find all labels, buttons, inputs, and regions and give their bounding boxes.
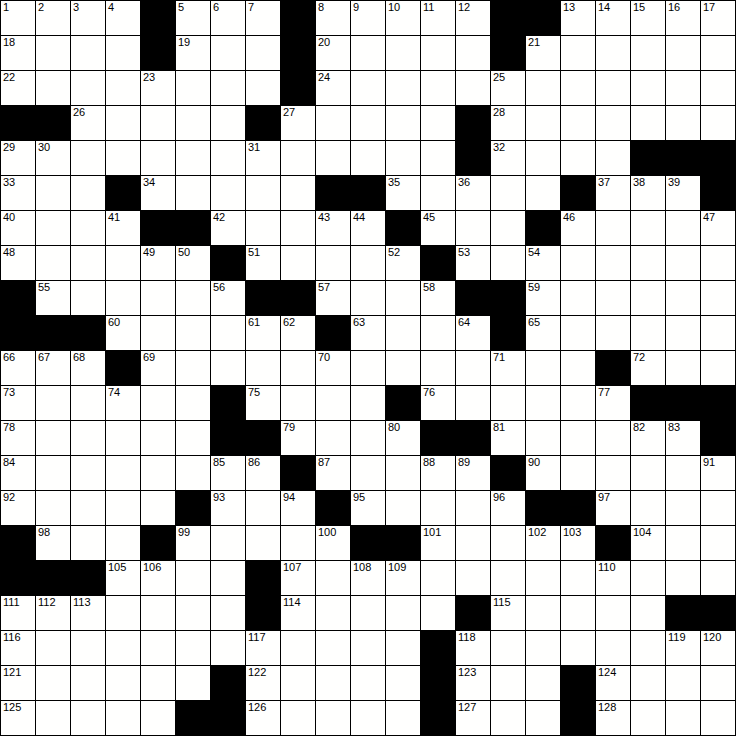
white-cell[interactable]: 90 xyxy=(526,456,560,490)
white-cell[interactable] xyxy=(701,666,735,700)
white-cell[interactable]: 119 xyxy=(666,631,700,665)
white-cell[interactable]: 28 xyxy=(491,106,525,140)
white-cell[interactable] xyxy=(316,596,350,630)
white-cell[interactable]: 62 xyxy=(281,316,315,350)
white-cell[interactable] xyxy=(631,106,665,140)
white-cell[interactable]: 128 xyxy=(596,701,630,735)
white-cell[interactable] xyxy=(456,386,490,420)
white-cell[interactable] xyxy=(351,36,385,70)
white-cell[interactable]: 76 xyxy=(421,386,455,420)
white-cell[interactable] xyxy=(456,36,490,70)
white-cell[interactable] xyxy=(36,211,70,245)
white-cell[interactable] xyxy=(526,561,560,595)
white-cell[interactable] xyxy=(596,36,630,70)
white-cell[interactable]: 2 xyxy=(36,1,70,35)
white-cell[interactable]: 25 xyxy=(491,71,525,105)
white-cell[interactable]: 122 xyxy=(246,666,280,700)
white-cell[interactable] xyxy=(631,211,665,245)
white-cell[interactable]: 54 xyxy=(526,246,560,280)
white-cell[interactable]: 38 xyxy=(631,176,665,210)
white-cell[interactable] xyxy=(421,106,455,140)
white-cell[interactable]: 51 xyxy=(246,246,280,280)
white-cell[interactable] xyxy=(631,596,665,630)
white-cell[interactable] xyxy=(176,596,210,630)
white-cell[interactable] xyxy=(351,351,385,385)
white-cell[interactable]: 19 xyxy=(176,36,210,70)
white-cell[interactable]: 49 xyxy=(141,246,175,280)
white-cell[interactable] xyxy=(666,526,700,560)
white-cell[interactable] xyxy=(246,71,280,105)
white-cell[interactable]: 104 xyxy=(631,526,665,560)
white-cell[interactable]: 101 xyxy=(421,526,455,560)
white-cell[interactable] xyxy=(456,211,490,245)
white-cell[interactable]: 41 xyxy=(106,211,140,245)
white-cell[interactable] xyxy=(491,246,525,280)
white-cell[interactable]: 105 xyxy=(106,561,140,595)
white-cell[interactable]: 113 xyxy=(71,596,105,630)
white-cell[interactable] xyxy=(316,666,350,700)
white-cell[interactable] xyxy=(281,246,315,280)
white-cell[interactable]: 89 xyxy=(456,456,490,490)
white-cell[interactable] xyxy=(666,71,700,105)
white-cell[interactable]: 7 xyxy=(246,1,280,35)
white-cell[interactable] xyxy=(701,316,735,350)
white-cell[interactable]: 56 xyxy=(211,281,245,315)
white-cell[interactable]: 72 xyxy=(631,351,665,385)
white-cell[interactable] xyxy=(246,351,280,385)
white-cell[interactable] xyxy=(701,491,735,525)
white-cell[interactable] xyxy=(526,351,560,385)
white-cell[interactable]: 11 xyxy=(421,1,455,35)
white-cell[interactable] xyxy=(666,316,700,350)
white-cell[interactable] xyxy=(491,386,525,420)
white-cell[interactable]: 103 xyxy=(561,526,595,560)
white-cell[interactable] xyxy=(596,246,630,280)
white-cell[interactable] xyxy=(666,281,700,315)
white-cell[interactable] xyxy=(596,211,630,245)
white-cell[interactable] xyxy=(71,176,105,210)
white-cell[interactable] xyxy=(386,631,420,665)
white-cell[interactable] xyxy=(666,666,700,700)
white-cell[interactable]: 40 xyxy=(1,211,35,245)
white-cell[interactable] xyxy=(141,631,175,665)
white-cell[interactable] xyxy=(666,351,700,385)
white-cell[interactable] xyxy=(351,386,385,420)
white-cell[interactable] xyxy=(596,316,630,350)
white-cell[interactable]: 67 xyxy=(36,351,70,385)
white-cell[interactable] xyxy=(176,386,210,420)
white-cell[interactable] xyxy=(561,561,595,595)
white-cell[interactable] xyxy=(596,631,630,665)
white-cell[interactable] xyxy=(701,281,735,315)
white-cell[interactable] xyxy=(106,701,140,735)
white-cell[interactable]: 18 xyxy=(1,36,35,70)
white-cell[interactable] xyxy=(211,176,245,210)
white-cell[interactable] xyxy=(561,316,595,350)
white-cell[interactable] xyxy=(701,106,735,140)
white-cell[interactable]: 106 xyxy=(141,561,175,595)
white-cell[interactable] xyxy=(141,281,175,315)
white-cell[interactable] xyxy=(211,106,245,140)
white-cell[interactable] xyxy=(281,526,315,560)
white-cell[interactable] xyxy=(141,491,175,525)
white-cell[interactable] xyxy=(526,386,560,420)
white-cell[interactable] xyxy=(246,211,280,245)
white-cell[interactable] xyxy=(701,246,735,280)
white-cell[interactable]: 110 xyxy=(596,561,630,595)
white-cell[interactable] xyxy=(456,491,490,525)
white-cell[interactable] xyxy=(491,666,525,700)
white-cell[interactable] xyxy=(36,456,70,490)
white-cell[interactable] xyxy=(491,631,525,665)
white-cell[interactable]: 95 xyxy=(351,491,385,525)
white-cell[interactable]: 70 xyxy=(316,351,350,385)
white-cell[interactable] xyxy=(36,71,70,105)
white-cell[interactable] xyxy=(71,281,105,315)
white-cell[interactable]: 58 xyxy=(421,281,455,315)
white-cell[interactable] xyxy=(71,141,105,175)
white-cell[interactable]: 16 xyxy=(666,1,700,35)
white-cell[interactable]: 3 xyxy=(71,1,105,35)
white-cell[interactable]: 6 xyxy=(211,1,245,35)
white-cell[interactable]: 14 xyxy=(596,1,630,35)
white-cell[interactable]: 112 xyxy=(36,596,70,630)
white-cell[interactable]: 10 xyxy=(386,1,420,35)
white-cell[interactable] xyxy=(141,421,175,455)
white-cell[interactable] xyxy=(351,456,385,490)
white-cell[interactable]: 64 xyxy=(456,316,490,350)
white-cell[interactable] xyxy=(386,36,420,70)
white-cell[interactable]: 108 xyxy=(351,561,385,595)
white-cell[interactable] xyxy=(141,701,175,735)
white-cell[interactable] xyxy=(456,561,490,595)
white-cell[interactable] xyxy=(36,491,70,525)
white-cell[interactable] xyxy=(176,281,210,315)
white-cell[interactable]: 61 xyxy=(246,316,280,350)
white-cell[interactable] xyxy=(631,36,665,70)
white-cell[interactable] xyxy=(386,351,420,385)
white-cell[interactable]: 92 xyxy=(1,491,35,525)
white-cell[interactable] xyxy=(106,71,140,105)
white-cell[interactable]: 102 xyxy=(526,526,560,560)
white-cell[interactable] xyxy=(281,351,315,385)
white-cell[interactable] xyxy=(106,141,140,175)
white-cell[interactable] xyxy=(36,246,70,280)
white-cell[interactable]: 98 xyxy=(36,526,70,560)
white-cell[interactable] xyxy=(246,526,280,560)
white-cell[interactable]: 88 xyxy=(421,456,455,490)
white-cell[interactable] xyxy=(71,631,105,665)
white-cell[interactable] xyxy=(456,526,490,560)
white-cell[interactable] xyxy=(701,701,735,735)
white-cell[interactable] xyxy=(561,106,595,140)
white-cell[interactable] xyxy=(596,421,630,455)
white-cell[interactable] xyxy=(106,106,140,140)
white-cell[interactable] xyxy=(106,491,140,525)
white-cell[interactable] xyxy=(36,666,70,700)
white-cell[interactable] xyxy=(211,36,245,70)
white-cell[interactable] xyxy=(701,351,735,385)
white-cell[interactable]: 100 xyxy=(316,526,350,560)
white-cell[interactable] xyxy=(36,386,70,420)
white-cell[interactable] xyxy=(176,176,210,210)
white-cell[interactable] xyxy=(631,246,665,280)
white-cell[interactable] xyxy=(701,36,735,70)
white-cell[interactable]: 107 xyxy=(281,561,315,595)
white-cell[interactable]: 111 xyxy=(1,596,35,630)
white-cell[interactable] xyxy=(386,316,420,350)
white-cell[interactable] xyxy=(631,631,665,665)
white-cell[interactable]: 73 xyxy=(1,386,35,420)
white-cell[interactable] xyxy=(141,386,175,420)
white-cell[interactable] xyxy=(176,666,210,700)
white-cell[interactable] xyxy=(176,351,210,385)
white-cell[interactable]: 26 xyxy=(71,106,105,140)
white-cell[interactable] xyxy=(106,36,140,70)
white-cell[interactable] xyxy=(666,246,700,280)
white-cell[interactable] xyxy=(526,421,560,455)
white-cell[interactable] xyxy=(71,246,105,280)
white-cell[interactable] xyxy=(421,316,455,350)
white-cell[interactable]: 118 xyxy=(456,631,490,665)
white-cell[interactable] xyxy=(141,456,175,490)
white-cell[interactable] xyxy=(561,141,595,175)
white-cell[interactable] xyxy=(281,176,315,210)
white-cell[interactable] xyxy=(141,666,175,700)
white-cell[interactable] xyxy=(71,421,105,455)
white-cell[interactable] xyxy=(561,386,595,420)
white-cell[interactable] xyxy=(316,246,350,280)
white-cell[interactable] xyxy=(71,526,105,560)
white-cell[interactable] xyxy=(176,106,210,140)
white-cell[interactable]: 27 xyxy=(281,106,315,140)
white-cell[interactable] xyxy=(71,211,105,245)
white-cell[interactable]: 29 xyxy=(1,141,35,175)
white-cell[interactable] xyxy=(211,596,245,630)
white-cell[interactable]: 114 xyxy=(281,596,315,630)
white-cell[interactable] xyxy=(631,316,665,350)
white-cell[interactable] xyxy=(526,106,560,140)
white-cell[interactable] xyxy=(561,456,595,490)
white-cell[interactable] xyxy=(141,316,175,350)
white-cell[interactable] xyxy=(106,631,140,665)
white-cell[interactable] xyxy=(701,526,735,560)
white-cell[interactable]: 32 xyxy=(491,141,525,175)
white-cell[interactable]: 12 xyxy=(456,1,490,35)
white-cell[interactable] xyxy=(36,421,70,455)
white-cell[interactable] xyxy=(386,71,420,105)
white-cell[interactable] xyxy=(631,456,665,490)
white-cell[interactable]: 93 xyxy=(211,491,245,525)
white-cell[interactable] xyxy=(631,701,665,735)
white-cell[interactable] xyxy=(421,596,455,630)
white-cell[interactable] xyxy=(106,666,140,700)
white-cell[interactable]: 44 xyxy=(351,211,385,245)
white-cell[interactable] xyxy=(246,176,280,210)
white-cell[interactable] xyxy=(106,526,140,560)
white-cell[interactable] xyxy=(316,386,350,420)
white-cell[interactable] xyxy=(491,526,525,560)
white-cell[interactable] xyxy=(351,631,385,665)
white-cell[interactable] xyxy=(36,36,70,70)
white-cell[interactable]: 55 xyxy=(36,281,70,315)
white-cell[interactable] xyxy=(596,456,630,490)
white-cell[interactable]: 124 xyxy=(596,666,630,700)
white-cell[interactable] xyxy=(421,36,455,70)
white-cell[interactable] xyxy=(526,141,560,175)
white-cell[interactable]: 47 xyxy=(701,211,735,245)
white-cell[interactable] xyxy=(281,386,315,420)
white-cell[interactable]: 85 xyxy=(211,456,245,490)
white-cell[interactable] xyxy=(526,666,560,700)
white-cell[interactable] xyxy=(526,701,560,735)
white-cell[interactable]: 125 xyxy=(1,701,35,735)
white-cell[interactable] xyxy=(281,211,315,245)
white-cell[interactable]: 68 xyxy=(71,351,105,385)
white-cell[interactable]: 13 xyxy=(561,1,595,35)
white-cell[interactable] xyxy=(316,141,350,175)
white-cell[interactable]: 94 xyxy=(281,491,315,525)
white-cell[interactable] xyxy=(386,281,420,315)
white-cell[interactable] xyxy=(176,316,210,350)
white-cell[interactable]: 117 xyxy=(246,631,280,665)
white-cell[interactable]: 21 xyxy=(526,36,560,70)
white-cell[interactable] xyxy=(666,106,700,140)
white-cell[interactable]: 4 xyxy=(106,1,140,35)
white-cell[interactable]: 116 xyxy=(1,631,35,665)
white-cell[interactable]: 17 xyxy=(701,1,735,35)
white-cell[interactable]: 57 xyxy=(316,281,350,315)
white-cell[interactable]: 48 xyxy=(1,246,35,280)
white-cell[interactable]: 43 xyxy=(316,211,350,245)
white-cell[interactable]: 127 xyxy=(456,701,490,735)
white-cell[interactable] xyxy=(421,141,455,175)
white-cell[interactable] xyxy=(561,351,595,385)
white-cell[interactable] xyxy=(421,176,455,210)
white-cell[interactable] xyxy=(246,36,280,70)
white-cell[interactable] xyxy=(281,701,315,735)
white-cell[interactable] xyxy=(281,666,315,700)
white-cell[interactable] xyxy=(631,561,665,595)
white-cell[interactable]: 74 xyxy=(106,386,140,420)
white-cell[interactable] xyxy=(561,36,595,70)
white-cell[interactable]: 71 xyxy=(491,351,525,385)
white-cell[interactable]: 78 xyxy=(1,421,35,455)
white-cell[interactable] xyxy=(351,141,385,175)
white-cell[interactable] xyxy=(421,491,455,525)
white-cell[interactable] xyxy=(211,351,245,385)
white-cell[interactable] xyxy=(526,71,560,105)
white-cell[interactable] xyxy=(176,421,210,455)
white-cell[interactable] xyxy=(666,491,700,525)
white-cell[interactable] xyxy=(456,351,490,385)
white-cell[interactable] xyxy=(561,421,595,455)
white-cell[interactable] xyxy=(281,141,315,175)
white-cell[interactable]: 50 xyxy=(176,246,210,280)
white-cell[interactable] xyxy=(701,71,735,105)
white-cell[interactable] xyxy=(561,71,595,105)
white-cell[interactable] xyxy=(596,141,630,175)
white-cell[interactable] xyxy=(666,456,700,490)
white-cell[interactable] xyxy=(106,246,140,280)
white-cell[interactable] xyxy=(631,281,665,315)
white-cell[interactable] xyxy=(386,666,420,700)
white-cell[interactable] xyxy=(106,421,140,455)
white-cell[interactable]: 5 xyxy=(176,1,210,35)
white-cell[interactable] xyxy=(106,281,140,315)
white-cell[interactable] xyxy=(211,71,245,105)
white-cell[interactable]: 84 xyxy=(1,456,35,490)
white-cell[interactable]: 8 xyxy=(316,1,350,35)
white-cell[interactable] xyxy=(491,211,525,245)
white-cell[interactable]: 35 xyxy=(386,176,420,210)
white-cell[interactable] xyxy=(596,281,630,315)
white-cell[interactable]: 9 xyxy=(351,1,385,35)
white-cell[interactable] xyxy=(561,631,595,665)
white-cell[interactable] xyxy=(491,176,525,210)
white-cell[interactable] xyxy=(176,141,210,175)
white-cell[interactable] xyxy=(561,596,595,630)
white-cell[interactable]: 65 xyxy=(526,316,560,350)
white-cell[interactable] xyxy=(701,561,735,595)
white-cell[interactable] xyxy=(491,701,525,735)
white-cell[interactable] xyxy=(421,351,455,385)
white-cell[interactable]: 24 xyxy=(316,71,350,105)
white-cell[interactable] xyxy=(176,631,210,665)
white-cell[interactable]: 45 xyxy=(421,211,455,245)
white-cell[interactable]: 99 xyxy=(176,526,210,560)
white-cell[interactable]: 109 xyxy=(386,561,420,595)
white-cell[interactable] xyxy=(631,666,665,700)
white-cell[interactable] xyxy=(666,36,700,70)
white-cell[interactable]: 120 xyxy=(701,631,735,665)
white-cell[interactable] xyxy=(71,491,105,525)
white-cell[interactable] xyxy=(561,246,595,280)
white-cell[interactable] xyxy=(631,71,665,105)
white-cell[interactable] xyxy=(596,596,630,630)
white-cell[interactable] xyxy=(71,71,105,105)
white-cell[interactable] xyxy=(421,561,455,595)
white-cell[interactable] xyxy=(106,456,140,490)
white-cell[interactable] xyxy=(386,456,420,490)
white-cell[interactable]: 20 xyxy=(316,36,350,70)
white-cell[interactable]: 1 xyxy=(1,1,35,35)
white-cell[interactable]: 34 xyxy=(141,176,175,210)
white-cell[interactable] xyxy=(526,596,560,630)
white-cell[interactable] xyxy=(526,176,560,210)
white-cell[interactable] xyxy=(596,71,630,105)
white-cell[interactable]: 126 xyxy=(246,701,280,735)
white-cell[interactable]: 52 xyxy=(386,246,420,280)
white-cell[interactable] xyxy=(351,701,385,735)
white-cell[interactable] xyxy=(316,631,350,665)
white-cell[interactable]: 82 xyxy=(631,421,665,455)
white-cell[interactable] xyxy=(316,701,350,735)
white-cell[interactable] xyxy=(281,631,315,665)
white-cell[interactable]: 46 xyxy=(561,211,595,245)
white-cell[interactable] xyxy=(351,71,385,105)
white-cell[interactable] xyxy=(316,106,350,140)
white-cell[interactable] xyxy=(71,456,105,490)
white-cell[interactable]: 53 xyxy=(456,246,490,280)
white-cell[interactable] xyxy=(491,561,525,595)
white-cell[interactable]: 59 xyxy=(526,281,560,315)
white-cell[interactable] xyxy=(351,281,385,315)
white-cell[interactable] xyxy=(71,386,105,420)
white-cell[interactable] xyxy=(211,141,245,175)
white-cell[interactable]: 15 xyxy=(631,1,665,35)
white-cell[interactable]: 60 xyxy=(106,316,140,350)
